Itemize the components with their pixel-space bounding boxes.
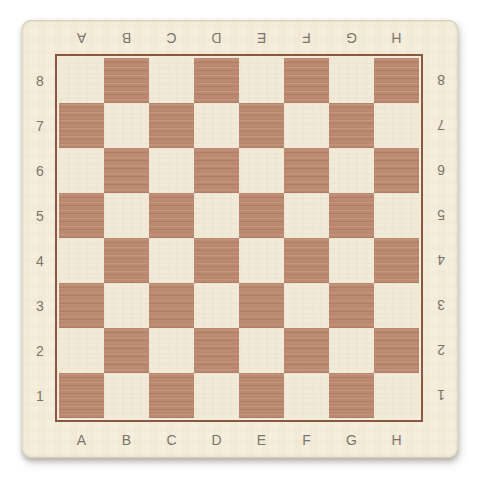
rank-labels-right: 87654321 <box>428 58 454 418</box>
square-b4 <box>104 238 149 283</box>
square-f5 <box>284 193 329 238</box>
square-e1 <box>239 373 284 418</box>
square-b6 <box>104 148 149 193</box>
square-d1 <box>194 373 239 418</box>
square-e7 <box>239 103 284 148</box>
file-label-top-h: H <box>374 25 419 51</box>
file-label-bottom-f: F <box>284 427 329 453</box>
square-e4 <box>239 238 284 283</box>
square-a2 <box>59 328 104 373</box>
square-g4 <box>329 238 374 283</box>
rank-label-left-7: 7 <box>27 103 53 148</box>
rank-label-right-7: 7 <box>428 103 454 148</box>
square-g5 <box>329 193 374 238</box>
file-label-top-d: D <box>194 25 239 51</box>
square-c4 <box>149 238 194 283</box>
square-f7 <box>284 103 329 148</box>
file-label-bottom-e: E <box>239 427 284 453</box>
square-c7 <box>149 103 194 148</box>
file-label-bottom-d: D <box>194 427 239 453</box>
file-label-bottom-g: G <box>329 427 374 453</box>
square-g3 <box>329 283 374 328</box>
square-e3 <box>239 283 284 328</box>
square-g8 <box>329 58 374 103</box>
square-a4 <box>59 238 104 283</box>
square-h7 <box>374 103 419 148</box>
square-c8 <box>149 58 194 103</box>
file-labels-top: ABCDEFGH <box>59 25 419 51</box>
rank-label-left-1: 1 <box>27 373 53 418</box>
rank-label-left-2: 2 <box>27 328 53 373</box>
square-c1 <box>149 373 194 418</box>
file-label-top-b: B <box>104 25 149 51</box>
rank-label-left-4: 4 <box>27 238 53 283</box>
file-label-top-e: E <box>239 25 284 51</box>
square-g2 <box>329 328 374 373</box>
square-f1 <box>284 373 329 418</box>
square-g7 <box>329 103 374 148</box>
rank-label-left-3: 3 <box>27 283 53 328</box>
file-label-bottom-b: B <box>104 427 149 453</box>
file-label-top-g: G <box>329 25 374 51</box>
rank-label-right-2: 2 <box>428 328 454 373</box>
rank-labels-left: 87654321 <box>27 58 53 418</box>
square-c3 <box>149 283 194 328</box>
rank-label-left-8: 8 <box>27 58 53 103</box>
square-f2 <box>284 328 329 373</box>
square-h3 <box>374 283 419 328</box>
square-f4 <box>284 238 329 283</box>
square-b1 <box>104 373 149 418</box>
square-e8 <box>239 58 284 103</box>
square-c2 <box>149 328 194 373</box>
square-d7 <box>194 103 239 148</box>
square-g1 <box>329 373 374 418</box>
playing-area <box>55 54 423 422</box>
square-d8 <box>194 58 239 103</box>
rank-label-left-5: 5 <box>27 193 53 238</box>
square-d5 <box>194 193 239 238</box>
file-labels-bottom: ABCDEFGH <box>59 427 419 453</box>
square-f6 <box>284 148 329 193</box>
square-c6 <box>149 148 194 193</box>
square-g6 <box>329 148 374 193</box>
square-b5 <box>104 193 149 238</box>
square-h2 <box>374 328 419 373</box>
rank-label-right-4: 4 <box>428 238 454 283</box>
square-b8 <box>104 58 149 103</box>
square-a7 <box>59 103 104 148</box>
file-label-top-a: A <box>59 25 104 51</box>
square-h8 <box>374 58 419 103</box>
square-h5 <box>374 193 419 238</box>
square-b3 <box>104 283 149 328</box>
rank-label-right-6: 6 <box>428 148 454 193</box>
square-h4 <box>374 238 419 283</box>
square-h6 <box>374 148 419 193</box>
square-a8 <box>59 58 104 103</box>
square-e2 <box>239 328 284 373</box>
square-d3 <box>194 283 239 328</box>
square-a6 <box>59 148 104 193</box>
file-label-bottom-a: A <box>59 427 104 453</box>
file-label-bottom-h: H <box>374 427 419 453</box>
rank-label-right-3: 3 <box>428 283 454 328</box>
square-b7 <box>104 103 149 148</box>
file-label-top-c: C <box>149 25 194 51</box>
square-e6 <box>239 148 284 193</box>
square-f3 <box>284 283 329 328</box>
chess-board: ABCDEFGH ABCDEFGH 87654321 87654321 <box>22 20 458 458</box>
square-c5 <box>149 193 194 238</box>
file-label-top-f: F <box>284 25 329 51</box>
rank-label-left-6: 6 <box>27 148 53 193</box>
rank-label-right-1: 1 <box>428 373 454 418</box>
square-b2 <box>104 328 149 373</box>
square-f8 <box>284 58 329 103</box>
square-d6 <box>194 148 239 193</box>
square-d4 <box>194 238 239 283</box>
rank-label-right-5: 5 <box>428 193 454 238</box>
square-d2 <box>194 328 239 373</box>
square-a3 <box>59 283 104 328</box>
square-e5 <box>239 193 284 238</box>
squares-grid <box>59 58 419 418</box>
rank-label-right-8: 8 <box>428 58 454 103</box>
square-a5 <box>59 193 104 238</box>
file-label-bottom-c: C <box>149 427 194 453</box>
square-a1 <box>59 373 104 418</box>
square-h1 <box>374 373 419 418</box>
